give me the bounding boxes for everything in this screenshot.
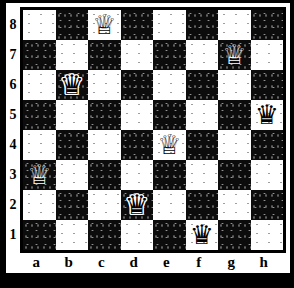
rank-labels: 87654321 bbox=[6, 10, 20, 250]
square-d4 bbox=[121, 130, 154, 160]
square-a3: ♕ bbox=[23, 160, 56, 190]
black-queen: ♛ bbox=[190, 220, 214, 250]
square-h5: ♛ bbox=[251, 100, 284, 130]
square-b8 bbox=[56, 10, 89, 40]
square-h8 bbox=[251, 10, 284, 40]
square-a4 bbox=[23, 130, 56, 160]
white-queen: ♕ bbox=[92, 10, 116, 40]
square-h2 bbox=[251, 190, 284, 220]
square-h6 bbox=[251, 70, 284, 100]
square-f2 bbox=[186, 190, 219, 220]
square-f4 bbox=[186, 130, 219, 160]
square-d2: ♛ bbox=[121, 190, 154, 220]
square-a6 bbox=[23, 70, 56, 100]
black-queen: ♛ bbox=[125, 190, 149, 220]
square-g7: ♕ bbox=[218, 40, 251, 70]
white-queen: ♕ bbox=[222, 40, 246, 70]
square-f3 bbox=[186, 160, 219, 190]
square-f1: ♛ bbox=[186, 220, 219, 250]
square-g3 bbox=[218, 160, 251, 190]
chess-board: ♕♕♛♛♕♕♛♛ bbox=[20, 7, 286, 253]
rank-label-6: 6 bbox=[6, 70, 20, 100]
rank-label-5: 5 bbox=[6, 100, 20, 130]
rank-label-7: 7 bbox=[6, 40, 20, 70]
black-queen: ♛ bbox=[60, 70, 84, 100]
square-e4: ♕ bbox=[153, 130, 186, 160]
square-g6 bbox=[218, 70, 251, 100]
file-label-a: a bbox=[20, 253, 53, 272]
square-g1 bbox=[218, 220, 251, 250]
square-g5 bbox=[218, 100, 251, 130]
square-a2 bbox=[23, 190, 56, 220]
square-b5 bbox=[56, 100, 89, 130]
file-labels: abcdefgh bbox=[20, 253, 280, 272]
file-label-d: d bbox=[118, 253, 151, 272]
square-e7 bbox=[153, 40, 186, 70]
square-g4 bbox=[218, 130, 251, 160]
square-c2 bbox=[88, 190, 121, 220]
square-d7 bbox=[121, 40, 154, 70]
square-d8 bbox=[121, 10, 154, 40]
square-e2 bbox=[153, 190, 186, 220]
square-c5 bbox=[88, 100, 121, 130]
square-d3 bbox=[121, 160, 154, 190]
square-f7 bbox=[186, 40, 219, 70]
square-b3 bbox=[56, 160, 89, 190]
white-queen: ♕ bbox=[157, 130, 181, 160]
square-e3 bbox=[153, 160, 186, 190]
scanned-page: 87654321 ♕♕♛♛♕♕♛♛ abcdefgh bbox=[6, 3, 290, 273]
square-f6 bbox=[186, 70, 219, 100]
square-a5 bbox=[23, 100, 56, 130]
square-d1 bbox=[121, 220, 154, 250]
rank-label-4: 4 bbox=[6, 130, 20, 160]
rank-label-3: 3 bbox=[6, 160, 20, 190]
black-queen: ♛ bbox=[255, 100, 279, 130]
square-h3 bbox=[251, 160, 284, 190]
file-label-h: h bbox=[248, 253, 281, 272]
square-c4 bbox=[88, 130, 121, 160]
rank-label-8: 8 bbox=[6, 10, 20, 40]
square-d6 bbox=[121, 70, 154, 100]
square-f5 bbox=[186, 100, 219, 130]
square-h1 bbox=[251, 220, 284, 250]
square-b2 bbox=[56, 190, 89, 220]
rank-label-2: 2 bbox=[6, 190, 20, 220]
square-b4 bbox=[56, 130, 89, 160]
square-a1 bbox=[23, 220, 56, 250]
square-b7 bbox=[56, 40, 89, 70]
square-h4 bbox=[251, 130, 284, 160]
square-e1 bbox=[153, 220, 186, 250]
file-label-b: b bbox=[53, 253, 86, 272]
square-h7 bbox=[251, 40, 284, 70]
square-f8 bbox=[186, 10, 219, 40]
square-b1 bbox=[56, 220, 89, 250]
square-e6 bbox=[153, 70, 186, 100]
square-a7 bbox=[23, 40, 56, 70]
square-e5 bbox=[153, 100, 186, 130]
file-label-c: c bbox=[85, 253, 118, 272]
square-e8 bbox=[153, 10, 186, 40]
square-c6 bbox=[88, 70, 121, 100]
square-d5 bbox=[121, 100, 154, 130]
file-label-e: e bbox=[150, 253, 183, 272]
square-c8: ♕ bbox=[88, 10, 121, 40]
square-g8 bbox=[218, 10, 251, 40]
square-c7 bbox=[88, 40, 121, 70]
file-label-g: g bbox=[215, 253, 248, 272]
square-b6: ♛ bbox=[56, 70, 89, 100]
square-a8 bbox=[23, 10, 56, 40]
file-label-f: f bbox=[183, 253, 216, 272]
square-c3 bbox=[88, 160, 121, 190]
square-c1 bbox=[88, 220, 121, 250]
rank-label-1: 1 bbox=[6, 220, 20, 250]
white-queen: ♕ bbox=[27, 160, 51, 190]
square-g2 bbox=[218, 190, 251, 220]
